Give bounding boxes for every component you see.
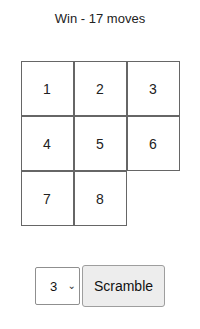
puzzle-board: 1 2 3 4 5 6 7 8	[21, 61, 180, 226]
tile-1[interactable]: 1	[21, 61, 74, 116]
status-title: Win - 17 moves	[0, 11, 200, 26]
tile-8[interactable]: 8	[74, 171, 127, 226]
tile-5[interactable]: 5	[74, 116, 127, 171]
size-select-wrap: 3 ⌄	[35, 267, 80, 305]
tile-3[interactable]: 3	[127, 61, 180, 116]
tile-7[interactable]: 7	[21, 171, 74, 226]
scramble-button[interactable]: Scramble	[82, 265, 165, 307]
tile-2[interactable]: 2	[74, 61, 127, 116]
tile-6[interactable]: 6	[127, 116, 180, 171]
tile-4[interactable]: 4	[21, 116, 74, 171]
empty-cell	[127, 171, 180, 226]
controls-bar: 3 ⌄ Scramble	[0, 265, 200, 307]
size-select[interactable]: 3	[35, 267, 80, 305]
